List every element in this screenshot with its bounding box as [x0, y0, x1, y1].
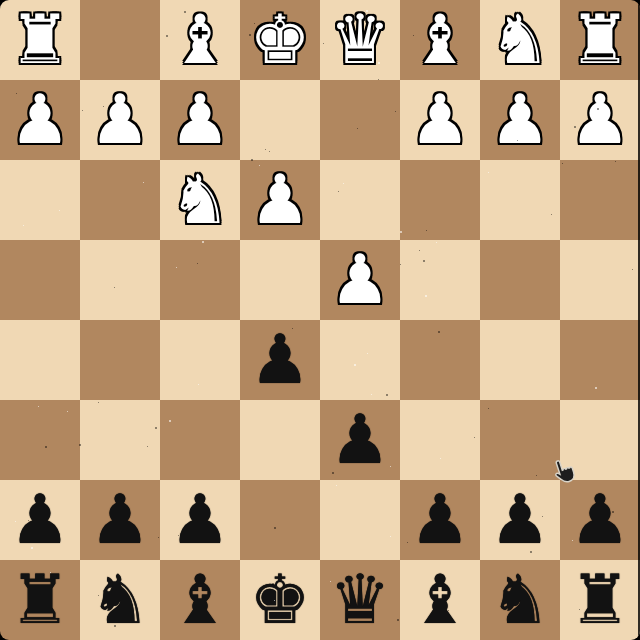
square-d8[interactable]: ♛ [320, 560, 400, 640]
piece-wK-e1[interactable]: ♚ [240, 0, 320, 80]
square-b3[interactable] [480, 160, 560, 240]
square-e7[interactable] [240, 480, 320, 560]
piece-bP-d6[interactable]: ♟ [320, 400, 400, 480]
square-c8[interactable]: ♝ [400, 560, 480, 640]
square-f6[interactable] [160, 400, 240, 480]
piece-bR-h8[interactable]: ♜ [0, 560, 80, 640]
piece-bR-a8[interactable]: ♜ [560, 560, 640, 640]
square-f7[interactable]: ♟ [160, 480, 240, 560]
piece-wP-a2[interactable]: ♟ [560, 80, 640, 160]
piece-bN-b8[interactable]: ♞ [480, 560, 560, 640]
square-d1[interactable]: ♛ [320, 0, 400, 80]
square-d6[interactable]: ♟ [320, 400, 400, 480]
square-d4[interactable]: ♟ [320, 240, 400, 320]
square-d7[interactable] [320, 480, 400, 560]
square-g2[interactable]: ♟ [80, 80, 160, 160]
square-d3[interactable] [320, 160, 400, 240]
square-f3[interactable]: ♞ [160, 160, 240, 240]
square-e8[interactable]: ♚ [240, 560, 320, 640]
square-g3[interactable] [80, 160, 160, 240]
square-a4[interactable] [560, 240, 640, 320]
square-c3[interactable] [400, 160, 480, 240]
square-b2[interactable]: ♟ [480, 80, 560, 160]
square-f8[interactable]: ♝ [160, 560, 240, 640]
piece-wR-a1[interactable]: ♜ [560, 0, 640, 80]
piece-wN-f3[interactable]: ♞ [160, 160, 240, 240]
square-h6[interactable] [0, 400, 80, 480]
piece-wR-h1[interactable]: ♜ [0, 0, 80, 80]
square-c4[interactable] [400, 240, 480, 320]
square-g6[interactable] [80, 400, 160, 480]
piece-bP-c7[interactable]: ♟ [400, 480, 480, 560]
piece-bP-h7[interactable]: ♟ [0, 480, 80, 560]
piece-wP-e3[interactable]: ♟ [240, 160, 320, 240]
square-c7[interactable]: ♟ [400, 480, 480, 560]
square-h8[interactable]: ♜ [0, 560, 80, 640]
square-f2[interactable]: ♟ [160, 80, 240, 160]
square-b7[interactable]: ♟ [480, 480, 560, 560]
square-h5[interactable] [0, 320, 80, 400]
square-f5[interactable] [160, 320, 240, 400]
square-g5[interactable] [80, 320, 160, 400]
square-f4[interactable] [160, 240, 240, 320]
square-a5[interactable] [560, 320, 640, 400]
piece-bP-f7[interactable]: ♟ [160, 480, 240, 560]
square-h3[interactable] [0, 160, 80, 240]
square-a7[interactable]: ♟ [560, 480, 640, 560]
square-c2[interactable]: ♟ [400, 80, 480, 160]
square-d5[interactable] [320, 320, 400, 400]
square-h7[interactable]: ♟ [0, 480, 80, 560]
square-e6[interactable] [240, 400, 320, 480]
piece-bB-c8[interactable]: ♝ [400, 560, 480, 640]
square-h2[interactable]: ♟ [0, 80, 80, 160]
square-a6[interactable] [560, 400, 640, 480]
square-c1[interactable]: ♝ [400, 0, 480, 80]
piece-wP-g2[interactable]: ♟ [80, 80, 160, 160]
piece-bN-g8[interactable]: ♞ [80, 560, 160, 640]
square-d2[interactable] [320, 80, 400, 160]
square-g7[interactable]: ♟ [80, 480, 160, 560]
square-b6[interactable] [480, 400, 560, 480]
piece-wQ-d1[interactable]: ♛ [320, 0, 400, 80]
square-b1[interactable]: ♞ [480, 0, 560, 80]
piece-bQ-d8[interactable]: ♛ [320, 560, 400, 640]
piece-bP-g7[interactable]: ♟ [80, 480, 160, 560]
square-h4[interactable] [0, 240, 80, 320]
square-a1[interactable]: ♜ [560, 0, 640, 80]
piece-wB-c1[interactable]: ♝ [400, 0, 480, 80]
square-e4[interactable] [240, 240, 320, 320]
square-b4[interactable] [480, 240, 560, 320]
piece-bP-a7[interactable]: ♟ [560, 480, 640, 560]
piece-bK-e8[interactable]: ♚ [240, 560, 320, 640]
board-window: ♜♝♚♛♝♞♜♟♟♟♟♟♟♞♟♟♟♟♟♟♟♟♟♟♜♞♝♚♛♝♞♜ [0, 0, 640, 640]
chess-board: ♜♝♚♛♝♞♜♟♟♟♟♟♟♞♟♟♟♟♟♟♟♟♟♟♜♞♝♚♛♝♞♜ [0, 0, 640, 640]
piece-wB-f1[interactable]: ♝ [160, 0, 240, 80]
square-e1[interactable]: ♚ [240, 0, 320, 80]
piece-wP-c2[interactable]: ♟ [400, 80, 480, 160]
square-b8[interactable]: ♞ [480, 560, 560, 640]
square-a8[interactable]: ♜ [560, 560, 640, 640]
square-b5[interactable] [480, 320, 560, 400]
square-g8[interactable]: ♞ [80, 560, 160, 640]
piece-wP-h2[interactable]: ♟ [0, 80, 80, 160]
square-f1[interactable]: ♝ [160, 0, 240, 80]
piece-bB-f8[interactable]: ♝ [160, 560, 240, 640]
piece-wP-f2[interactable]: ♟ [160, 80, 240, 160]
square-e3[interactable]: ♟ [240, 160, 320, 240]
square-g1[interactable] [80, 0, 160, 80]
piece-wP-d4[interactable]: ♟ [320, 240, 400, 320]
square-g4[interactable] [80, 240, 160, 320]
piece-wP-b2[interactable]: ♟ [480, 80, 560, 160]
square-a3[interactable] [560, 160, 640, 240]
square-c6[interactable] [400, 400, 480, 480]
square-e2[interactable] [240, 80, 320, 160]
square-e5[interactable]: ♟ [240, 320, 320, 400]
piece-wN-b1[interactable]: ♞ [480, 0, 560, 80]
piece-bP-e5[interactable]: ♟ [240, 320, 320, 400]
piece-bP-b7[interactable]: ♟ [480, 480, 560, 560]
square-a2[interactable]: ♟ [560, 80, 640, 160]
square-h1[interactable]: ♜ [0, 0, 80, 80]
square-c5[interactable] [400, 320, 480, 400]
